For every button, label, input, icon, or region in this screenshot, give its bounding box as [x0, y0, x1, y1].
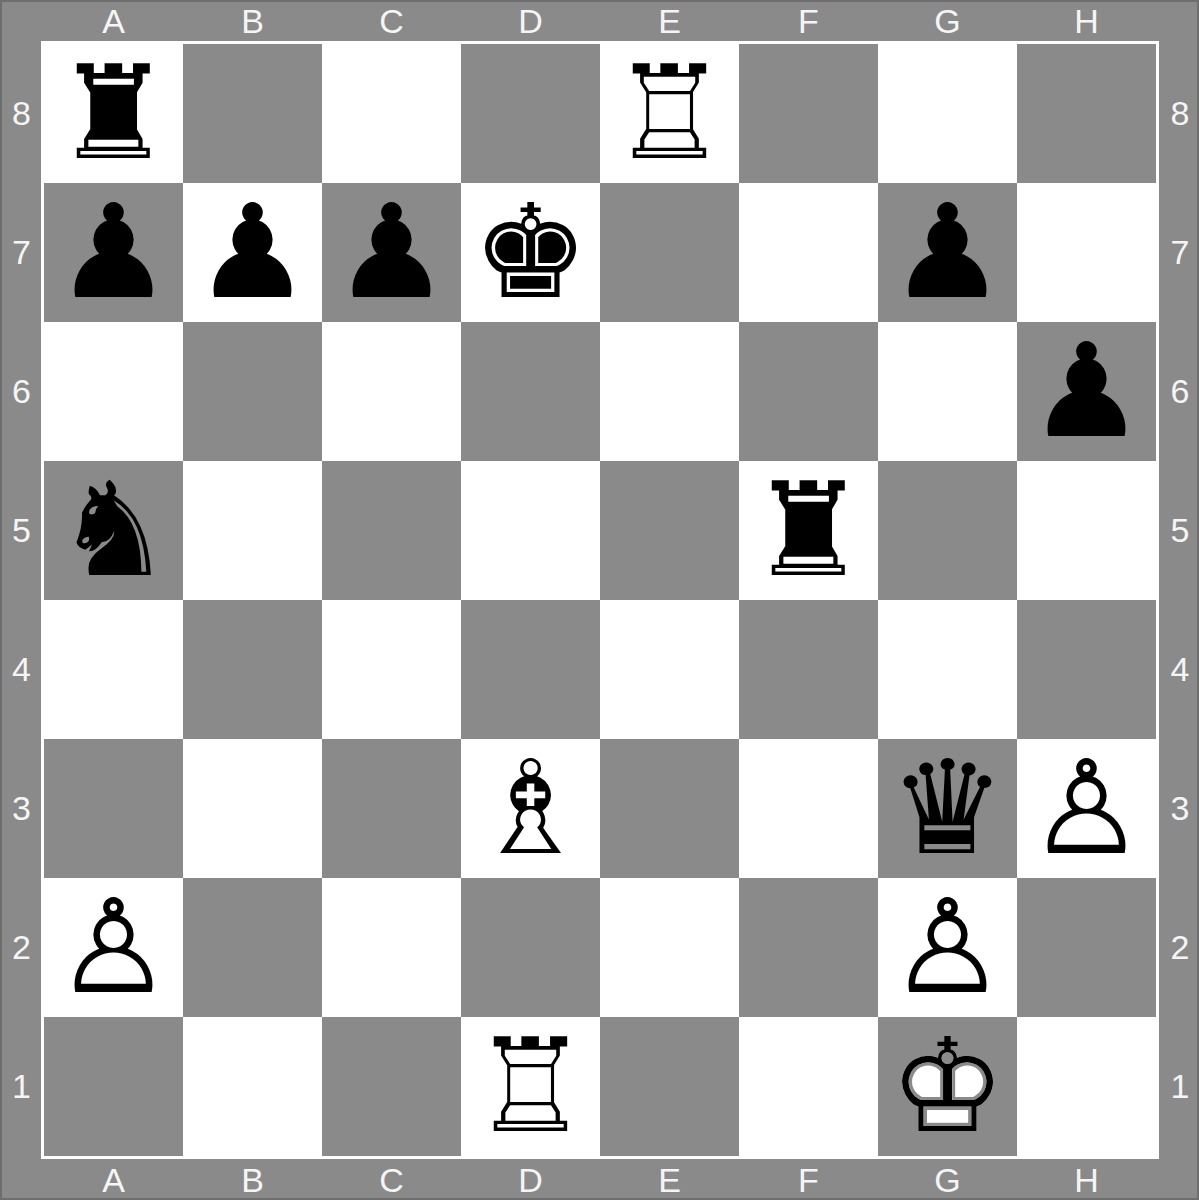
file-label-bottom-h: H — [1017, 1159, 1156, 1200]
white-pawn-a2: ♟♙ — [44, 878, 183, 1017]
piece-glyph: ♟ — [322, 183, 461, 322]
black-pawn-a7: ♟ — [44, 183, 183, 322]
square-a6[interactable] — [44, 322, 183, 461]
square-b6[interactable] — [183, 322, 322, 461]
file-label-top-b: B — [183, 2, 322, 41]
rank-labels-right: 87654321 — [1159, 44, 1199, 1156]
piece-glyph: ♛ — [878, 739, 1017, 878]
rank-label-left-7: 7 — [2, 183, 41, 322]
rank-label-right-6: 6 — [1159, 322, 1199, 461]
file-label-bottom-d: D — [461, 1159, 600, 1200]
rank-label-right-1: 1 — [1159, 1017, 1199, 1156]
square-f1[interactable] — [739, 1017, 878, 1156]
square-c2[interactable] — [322, 878, 461, 1017]
piece-outline-glyph: ♙ — [878, 878, 1017, 1017]
piece-glyph: ♜ — [739, 461, 878, 600]
square-h6[interactable]: ♟ — [1017, 322, 1156, 461]
square-b3[interactable] — [183, 739, 322, 878]
rank-label-left-2: 2 — [2, 878, 41, 1017]
piece-glyph: ♟ — [44, 183, 183, 322]
piece-outline-glyph: ♖ — [600, 44, 739, 183]
white-bishop-d3: ♝♗ — [461, 739, 600, 878]
square-g1[interactable]: ♚♔ — [878, 1017, 1017, 1156]
square-h8[interactable] — [1017, 44, 1156, 183]
file-label-top-d: D — [461, 2, 600, 41]
square-d2[interactable] — [461, 878, 600, 1017]
piece-outline-glyph: ♔ — [878, 1017, 1017, 1156]
square-h3[interactable]: ♟♙ — [1017, 739, 1156, 878]
file-label-bottom-c: C — [322, 1159, 461, 1200]
rank-labels-left: 87654321 — [2, 44, 41, 1156]
square-h7[interactable] — [1017, 183, 1156, 322]
black-queen-g3: ♛ — [878, 739, 1017, 878]
piece-outline-glyph: ♖ — [461, 1017, 600, 1156]
file-label-bottom-b: B — [183, 1159, 322, 1200]
square-g8[interactable] — [878, 44, 1017, 183]
chess-board-window: ABCDEFGH ABCDEFGH 87654321 87654321 ♜♜♖♟… — [0, 0, 1199, 1200]
black-king-d7: ♚ — [461, 183, 600, 322]
rank-label-right-4: 4 — [1159, 600, 1199, 739]
rank-label-left-5: 5 — [2, 461, 41, 600]
piece-outline-glyph: ♙ — [1017, 739, 1156, 878]
square-b1[interactable] — [183, 1017, 322, 1156]
piece-outline-glyph: ♙ — [44, 878, 183, 1017]
piece-glyph: ♞ — [44, 461, 183, 600]
square-c7[interactable]: ♟ — [322, 183, 461, 322]
square-f3[interactable] — [739, 739, 878, 878]
square-d7[interactable]: ♚ — [461, 183, 600, 322]
black-pawn-b7: ♟ — [183, 183, 322, 322]
square-c6[interactable] — [322, 322, 461, 461]
square-e1[interactable] — [600, 1017, 739, 1156]
white-rook-e8: ♜♖ — [600, 44, 739, 183]
file-label-top-e: E — [600, 2, 739, 41]
square-h4[interactable] — [1017, 600, 1156, 739]
square-c4[interactable] — [322, 600, 461, 739]
square-g3[interactable]: ♛ — [878, 739, 1017, 878]
square-a7[interactable]: ♟ — [44, 183, 183, 322]
rank-label-right-2: 2 — [1159, 878, 1199, 1017]
square-a4[interactable] — [44, 600, 183, 739]
square-f6[interactable] — [739, 322, 878, 461]
square-f2[interactable] — [739, 878, 878, 1017]
square-e4[interactable] — [600, 600, 739, 739]
piece-glyph: ♟ — [183, 183, 322, 322]
file-label-top-h: H — [1017, 2, 1156, 41]
square-e8[interactable]: ♜♖ — [600, 44, 739, 183]
piece-glyph: ♟ — [878, 183, 1017, 322]
board: ♜♜♖♟♟♟♚♟♟♞♜♝♗♛♟♙♟♙♟♙♜♖♚♔ — [41, 41, 1159, 1159]
file-labels-bottom: ABCDEFGH — [44, 1159, 1156, 1200]
white-pawn-g2: ♟♙ — [878, 878, 1017, 1017]
square-c3[interactable] — [322, 739, 461, 878]
square-f4[interactable] — [739, 600, 878, 739]
square-f7[interactable] — [739, 183, 878, 322]
white-pawn-h3: ♟♙ — [1017, 739, 1156, 878]
square-e2[interactable] — [600, 878, 739, 1017]
square-b8[interactable] — [183, 44, 322, 183]
square-a2[interactable]: ♟♙ — [44, 878, 183, 1017]
rank-label-right-3: 3 — [1159, 739, 1199, 878]
square-f8[interactable] — [739, 44, 878, 183]
square-b7[interactable]: ♟ — [183, 183, 322, 322]
file-label-top-c: C — [322, 2, 461, 41]
square-d1[interactable]: ♜♖ — [461, 1017, 600, 1156]
rank-label-right-5: 5 — [1159, 461, 1199, 600]
square-c5[interactable] — [322, 461, 461, 600]
square-c8[interactable] — [322, 44, 461, 183]
square-c1[interactable] — [322, 1017, 461, 1156]
square-a3[interactable] — [44, 739, 183, 878]
square-h5[interactable] — [1017, 461, 1156, 600]
file-labels-top: ABCDEFGH — [44, 2, 1156, 41]
rank-label-left-3: 3 — [2, 739, 41, 878]
square-g2[interactable]: ♟♙ — [878, 878, 1017, 1017]
black-pawn-h6: ♟ — [1017, 322, 1156, 461]
file-label-top-f: F — [739, 2, 878, 41]
square-e7[interactable] — [600, 183, 739, 322]
square-d5[interactable] — [461, 461, 600, 600]
rank-label-left-8: 8 — [2, 44, 41, 183]
file-label-top-a: A — [44, 2, 183, 41]
black-rook-a8: ♜ — [44, 44, 183, 183]
piece-glyph: ♚ — [461, 183, 600, 322]
black-pawn-g7: ♟ — [878, 183, 1017, 322]
square-d4[interactable] — [461, 600, 600, 739]
file-label-bottom-g: G — [878, 1159, 1017, 1200]
square-a8[interactable]: ♜ — [44, 44, 183, 183]
square-g6[interactable] — [878, 322, 1017, 461]
square-b2[interactable] — [183, 878, 322, 1017]
square-h2[interactable] — [1017, 878, 1156, 1017]
rank-label-right-8: 8 — [1159, 44, 1199, 183]
white-king-g1: ♚♔ — [878, 1017, 1017, 1156]
rank-label-left-4: 4 — [2, 600, 41, 739]
rank-label-left-6: 6 — [2, 322, 41, 461]
square-b5[interactable] — [183, 461, 322, 600]
rank-label-left-1: 1 — [2, 1017, 41, 1156]
piece-outline-glyph: ♗ — [461, 739, 600, 878]
file-label-bottom-e: E — [600, 1159, 739, 1200]
rank-label-right-7: 7 — [1159, 183, 1199, 322]
black-pawn-c7: ♟ — [322, 183, 461, 322]
black-knight-a5: ♞ — [44, 461, 183, 600]
square-d8[interactable] — [461, 44, 600, 183]
square-d3[interactable]: ♝♗ — [461, 739, 600, 878]
piece-glyph: ♟ — [1017, 322, 1156, 461]
square-e5[interactable] — [600, 461, 739, 600]
square-e3[interactable] — [600, 739, 739, 878]
square-a1[interactable] — [44, 1017, 183, 1156]
square-e6[interactable] — [600, 322, 739, 461]
black-rook-f5: ♜ — [739, 461, 878, 600]
square-b4[interactable] — [183, 600, 322, 739]
square-d6[interactable] — [461, 322, 600, 461]
piece-glyph: ♜ — [44, 44, 183, 183]
white-rook-d1: ♜♖ — [461, 1017, 600, 1156]
square-g7[interactable]: ♟ — [878, 183, 1017, 322]
file-label-bottom-f: F — [739, 1159, 878, 1200]
square-h1[interactable] — [1017, 1017, 1156, 1156]
file-label-bottom-a: A — [44, 1159, 183, 1200]
square-a5[interactable]: ♞ — [44, 461, 183, 600]
square-g5[interactable] — [878, 461, 1017, 600]
square-g4[interactable] — [878, 600, 1017, 739]
square-f5[interactable]: ♜ — [739, 461, 878, 600]
file-label-top-g: G — [878, 2, 1017, 41]
